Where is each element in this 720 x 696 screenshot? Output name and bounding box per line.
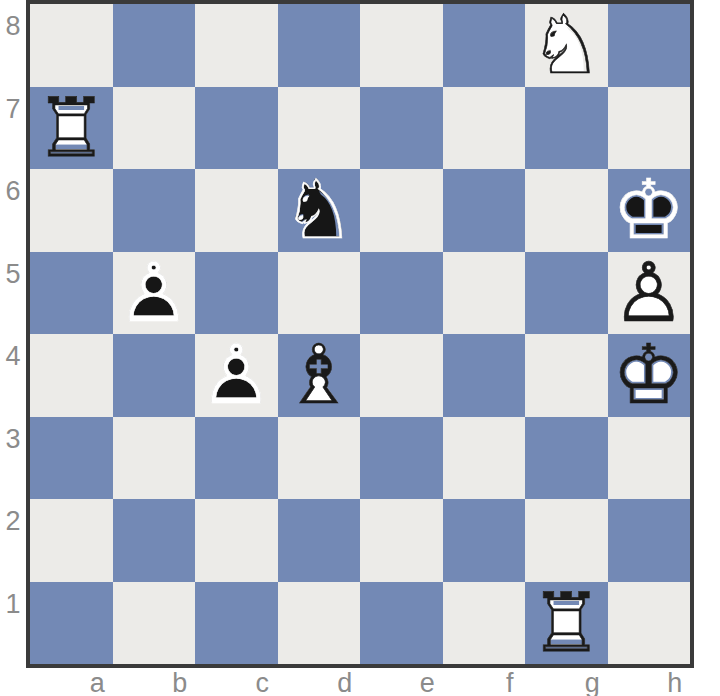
square-f1[interactable] bbox=[443, 582, 526, 665]
chess-diagram: 87654321 ♞♘♜♖♞♘♚♔♟♙♟♙♟♙♝♗♚♔♜♖ abcdefgh bbox=[0, 0, 720, 696]
square-e4[interactable] bbox=[360, 334, 443, 417]
square-b8[interactable] bbox=[113, 4, 196, 87]
rank-label-2: 2 bbox=[0, 499, 26, 582]
square-b7[interactable] bbox=[113, 87, 196, 170]
square-f7[interactable] bbox=[443, 87, 526, 170]
piece-white-bishop: ♝♗ bbox=[278, 334, 361, 417]
square-a4[interactable] bbox=[30, 334, 113, 417]
piece-outline-layer: ♙ bbox=[195, 334, 278, 417]
square-e5[interactable] bbox=[360, 252, 443, 335]
file-label-e: e bbox=[386, 668, 469, 696]
square-g6[interactable] bbox=[525, 169, 608, 252]
square-e2[interactable] bbox=[360, 499, 443, 582]
piece-outline-layer: ♙ bbox=[113, 252, 196, 335]
square-c5[interactable] bbox=[195, 252, 278, 335]
file-labels: abcdefgh bbox=[56, 668, 716, 696]
square-a1[interactable] bbox=[30, 582, 113, 665]
square-f6[interactable] bbox=[443, 169, 526, 252]
square-h5[interactable]: ♟♙ bbox=[608, 252, 691, 335]
square-h4[interactable]: ♚♔ bbox=[608, 334, 691, 417]
square-f4[interactable] bbox=[443, 334, 526, 417]
piece-outline-layer: ♘ bbox=[278, 169, 361, 252]
square-c7[interactable] bbox=[195, 87, 278, 170]
piece-outline-layer: ♔ bbox=[608, 169, 691, 252]
piece-white-knight: ♞♘ bbox=[525, 4, 608, 87]
square-g8[interactable]: ♞♘ bbox=[525, 4, 608, 87]
square-f5[interactable] bbox=[443, 252, 526, 335]
square-h3[interactable] bbox=[608, 417, 691, 500]
square-e8[interactable] bbox=[360, 4, 443, 87]
square-a2[interactable] bbox=[30, 499, 113, 582]
rank-label-1: 1 bbox=[0, 582, 26, 665]
rank-label-4: 4 bbox=[0, 334, 26, 417]
rank-label-5: 5 bbox=[0, 252, 26, 335]
piece-outline-layer: ♗ bbox=[278, 334, 361, 417]
piece-black-pawn: ♟♙ bbox=[195, 334, 278, 417]
rank-label-7: 7 bbox=[0, 87, 26, 170]
square-f2[interactable] bbox=[443, 499, 526, 582]
square-g1[interactable]: ♜♖ bbox=[525, 582, 608, 665]
square-e6[interactable] bbox=[360, 169, 443, 252]
piece-outline-layer: ♖ bbox=[30, 87, 113, 170]
square-b5[interactable]: ♟♙ bbox=[113, 252, 196, 335]
piece-black-king: ♚♔ bbox=[608, 169, 691, 252]
square-d3[interactable] bbox=[278, 417, 361, 500]
rank-labels: 87654321 bbox=[0, 4, 26, 664]
square-d6[interactable]: ♞♘ bbox=[278, 169, 361, 252]
square-a7[interactable]: ♜♖ bbox=[30, 87, 113, 170]
square-b1[interactable] bbox=[113, 582, 196, 665]
square-d7[interactable] bbox=[278, 87, 361, 170]
rank-label-6: 6 bbox=[0, 169, 26, 252]
piece-black-knight: ♞♘ bbox=[278, 169, 361, 252]
rank-label-8: 8 bbox=[0, 4, 26, 87]
square-e1[interactable] bbox=[360, 582, 443, 665]
piece-white-king: ♚♔ bbox=[608, 334, 691, 417]
file-label-h: h bbox=[634, 668, 717, 696]
square-h2[interactable] bbox=[608, 499, 691, 582]
square-h6[interactable]: ♚♔ bbox=[608, 169, 691, 252]
square-b3[interactable] bbox=[113, 417, 196, 500]
square-d8[interactable] bbox=[278, 4, 361, 87]
square-e7[interactable] bbox=[360, 87, 443, 170]
square-b4[interactable] bbox=[113, 334, 196, 417]
square-d5[interactable] bbox=[278, 252, 361, 335]
square-c1[interactable] bbox=[195, 582, 278, 665]
square-e3[interactable] bbox=[360, 417, 443, 500]
piece-white-rook: ♜♖ bbox=[30, 87, 113, 170]
square-g7[interactable] bbox=[525, 87, 608, 170]
piece-white-rook: ♜♖ bbox=[525, 582, 608, 665]
piece-white-pawn: ♟♙ bbox=[608, 252, 691, 335]
square-f8[interactable] bbox=[443, 4, 526, 87]
piece-outline-layer: ♙ bbox=[608, 252, 691, 335]
file-label-f: f bbox=[469, 668, 552, 696]
piece-outline-layer: ♔ bbox=[608, 334, 691, 417]
square-d1[interactable] bbox=[278, 582, 361, 665]
square-b6[interactable] bbox=[113, 169, 196, 252]
file-label-d: d bbox=[304, 668, 387, 696]
file-label-c: c bbox=[221, 668, 304, 696]
square-g5[interactable] bbox=[525, 252, 608, 335]
file-label-b: b bbox=[139, 668, 222, 696]
piece-outline-layer: ♘ bbox=[525, 4, 608, 87]
piece-black-pawn: ♟♙ bbox=[113, 252, 196, 335]
rank-label-3: 3 bbox=[0, 417, 26, 500]
file-label-g: g bbox=[551, 668, 634, 696]
board-grid: ♞♘♜♖♞♘♚♔♟♙♟♙♟♙♝♗♚♔♜♖ bbox=[26, 0, 694, 668]
square-g4[interactable] bbox=[525, 334, 608, 417]
file-label-a: a bbox=[56, 668, 139, 696]
piece-outline-layer: ♖ bbox=[525, 582, 608, 665]
square-h1[interactable] bbox=[608, 582, 691, 665]
square-a3[interactable] bbox=[30, 417, 113, 500]
square-d4[interactable]: ♝♗ bbox=[278, 334, 361, 417]
square-c6[interactable] bbox=[195, 169, 278, 252]
square-h7[interactable] bbox=[608, 87, 691, 170]
square-g2[interactable] bbox=[525, 499, 608, 582]
square-c4[interactable]: ♟♙ bbox=[195, 334, 278, 417]
square-a6[interactable] bbox=[30, 169, 113, 252]
square-c8[interactable] bbox=[195, 4, 278, 87]
square-b2[interactable] bbox=[113, 499, 196, 582]
square-d2[interactable] bbox=[278, 499, 361, 582]
square-c3[interactable] bbox=[195, 417, 278, 500]
square-a8[interactable] bbox=[30, 4, 113, 87]
square-c2[interactable] bbox=[195, 499, 278, 582]
square-g3[interactable] bbox=[525, 417, 608, 500]
square-h8[interactable] bbox=[608, 4, 691, 87]
square-a5[interactable] bbox=[30, 252, 113, 335]
square-f3[interactable] bbox=[443, 417, 526, 500]
